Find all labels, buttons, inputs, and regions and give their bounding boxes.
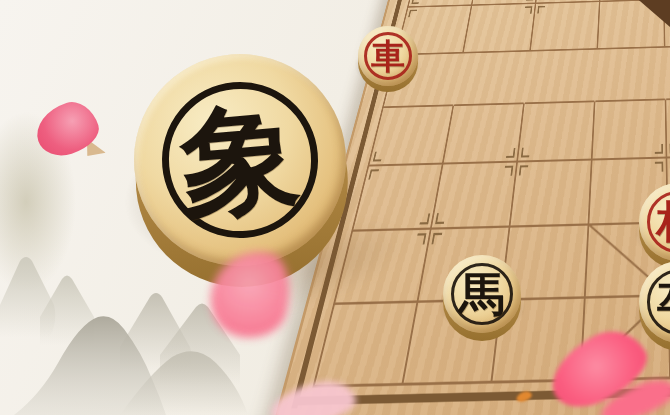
river-cell: [665, 46, 670, 100]
board-cell: [314, 303, 418, 388]
red-chariot-piece[interactable]: 車: [358, 26, 418, 86]
piece-glyph-soldier: 卒: [657, 279, 670, 325]
point-marker-bracket: [537, 6, 545, 14]
piece-face: 車: [358, 26, 418, 86]
point-marker-bracket: [504, 166, 514, 176]
black-elephant-zoom-piece[interactable]: 象: [125, 45, 355, 275]
point-marker-bracket: [521, 148, 530, 158]
piece-glyph-chariot: 車: [371, 39, 405, 73]
piece-glyph-horse: 馬: [459, 271, 505, 317]
piece-face: 馬: [443, 255, 521, 333]
river-cell: [595, 48, 666, 102]
piece-glyph-elephant: 相: [656, 200, 670, 244]
black-horse-piece[interactable]: 馬: [443, 255, 521, 333]
piece-glyph-elephant: 象: [176, 96, 304, 224]
river-cell: [454, 52, 531, 107]
point-marker-bracket: [506, 148, 515, 158]
point-marker-bracket: [655, 162, 663, 172]
point-marker-bracket: [524, 6, 532, 14]
point-marker-bracket: [519, 165, 528, 175]
red-elephant-piece[interactable]: 相: [639, 183, 670, 261]
game-screen: 車馬相卒象: [0, 0, 670, 415]
black-soldier-piece[interactable]: 卒: [639, 261, 670, 343]
point-marker-bracket: [655, 144, 663, 154]
river-cell: [525, 50, 598, 105]
